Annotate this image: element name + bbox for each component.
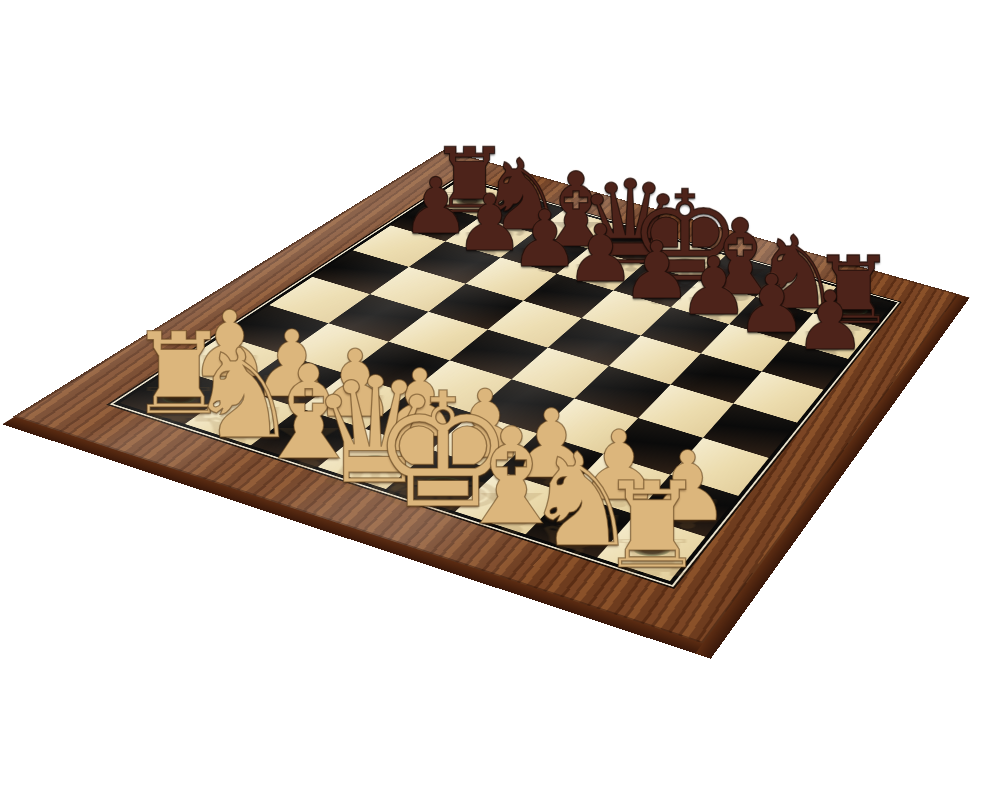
product-photo-scene: ♜♜♞♞♝♝♛♛♚♚♝♝♞♞♜♜♟♟♟♟♟♟♟♟♟♟♟♟♟♟♟♟♟♟♟♟♟♟♟♟… <box>0 0 1000 800</box>
chess-board <box>120 180 893 581</box>
